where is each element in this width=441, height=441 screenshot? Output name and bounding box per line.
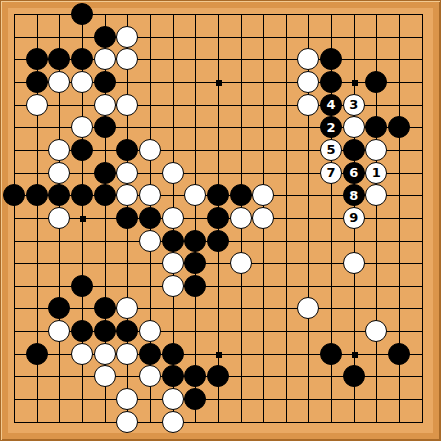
- stone-move-4[interactable]: 4: [320, 94, 342, 116]
- star-point: [80, 216, 86, 222]
- stone-white[interactable]: [116, 48, 138, 70]
- stone-black[interactable]: [184, 252, 206, 274]
- grid-line-horizontal: [14, 422, 423, 423]
- stone-black[interactable]: [71, 184, 93, 206]
- stone-black[interactable]: [365, 116, 387, 138]
- stone-black[interactable]: [71, 48, 93, 70]
- stone-black[interactable]: [26, 48, 48, 70]
- stone-white[interactable]: [139, 320, 161, 342]
- stone-white[interactable]: [252, 207, 274, 229]
- stone-black[interactable]: [71, 275, 93, 297]
- stone-white[interactable]: [94, 48, 116, 70]
- move-number-label: 2: [327, 121, 336, 134]
- stone-white[interactable]: [297, 48, 319, 70]
- stone-black[interactable]: [184, 388, 206, 410]
- stone-black[interactable]: [71, 139, 93, 161]
- stone-white[interactable]: [71, 343, 93, 365]
- move-number-label: 1: [372, 166, 381, 179]
- stone-white[interactable]: [230, 207, 252, 229]
- stone-white[interactable]: [116, 343, 138, 365]
- stone-black[interactable]: [139, 343, 161, 365]
- stone-white[interactable]: [230, 252, 252, 274]
- stone-black[interactable]: [94, 162, 116, 184]
- stone-black[interactable]: [94, 320, 116, 342]
- grid-line-vertical: [422, 14, 423, 423]
- move-number-label: 4: [327, 98, 336, 111]
- stone-white[interactable]: [162, 162, 184, 184]
- stone-black[interactable]: [71, 320, 93, 342]
- stone-white[interactable]: [343, 116, 365, 138]
- stone-white[interactable]: [139, 184, 161, 206]
- stone-move-6[interactable]: 6: [343, 162, 365, 184]
- stone-white[interactable]: [48, 162, 70, 184]
- stone-white[interactable]: [48, 139, 70, 161]
- stone-black[interactable]: [26, 343, 48, 365]
- stone-move-7[interactable]: 7: [320, 162, 342, 184]
- stone-black[interactable]: [320, 71, 342, 93]
- stone-white[interactable]: [184, 184, 206, 206]
- move-number-label: 7: [327, 166, 336, 179]
- move-number-label: 6: [349, 166, 358, 179]
- stone-white[interactable]: [162, 275, 184, 297]
- stone-white[interactable]: [139, 230, 161, 252]
- stone-white[interactable]: [139, 365, 161, 387]
- stone-black[interactable]: [184, 275, 206, 297]
- stone-black[interactable]: [207, 365, 229, 387]
- stone-black[interactable]: [320, 343, 342, 365]
- go-diagram: 432576189: [0, 0, 441, 441]
- stone-white[interactable]: [116, 26, 138, 48]
- move-number-label: 8: [349, 189, 358, 202]
- stone-black[interactable]: [71, 3, 93, 25]
- stone-black[interactable]: [48, 184, 70, 206]
- stone-black[interactable]: [94, 26, 116, 48]
- stone-white[interactable]: [94, 343, 116, 365]
- grid-line-horizontal: [14, 399, 423, 400]
- stone-white[interactable]: [48, 207, 70, 229]
- stone-white[interactable]: [71, 71, 93, 93]
- stone-white[interactable]: [162, 252, 184, 274]
- stone-white[interactable]: [116, 162, 138, 184]
- stone-white[interactable]: [365, 184, 387, 206]
- stone-white[interactable]: [116, 388, 138, 410]
- stone-black[interactable]: [116, 139, 138, 161]
- stone-black[interactable]: [139, 207, 161, 229]
- stone-black[interactable]: [343, 365, 365, 387]
- stone-black[interactable]: [207, 184, 229, 206]
- star-point: [352, 352, 358, 358]
- stone-black[interactable]: [162, 365, 184, 387]
- stone-black[interactable]: [320, 48, 342, 70]
- stone-black[interactable]: [184, 365, 206, 387]
- stone-white[interactable]: [48, 320, 70, 342]
- stone-black[interactable]: [388, 116, 410, 138]
- move-number-label: 5: [327, 143, 336, 156]
- stone-white[interactable]: [139, 139, 161, 161]
- stone-black[interactable]: [184, 230, 206, 252]
- stone-black[interactable]: [48, 48, 70, 70]
- stone-black[interactable]: [116, 207, 138, 229]
- grid-line-horizontal: [14, 308, 423, 309]
- stone-white[interactable]: [26, 94, 48, 116]
- stone-white[interactable]: [116, 94, 138, 116]
- stone-white[interactable]: [94, 94, 116, 116]
- go-board[interactable]: 432576189: [8, 8, 433, 433]
- stone-black[interactable]: [388, 343, 410, 365]
- stone-white[interactable]: [116, 184, 138, 206]
- stone-move-3[interactable]: 3: [343, 94, 365, 116]
- stone-black[interactable]: [343, 139, 365, 161]
- stone-black[interactable]: [94, 184, 116, 206]
- stone-white[interactable]: [116, 297, 138, 319]
- stone-black[interactable]: [365, 71, 387, 93]
- stone-white[interactable]: [252, 184, 274, 206]
- stone-black[interactable]: [162, 230, 184, 252]
- stone-white[interactable]: [116, 411, 138, 433]
- stone-black[interactable]: [26, 184, 48, 206]
- stone-move-2[interactable]: 2: [320, 116, 342, 138]
- stone-white[interactable]: [71, 116, 93, 138]
- star-point: [216, 80, 222, 86]
- stone-white[interactable]: [297, 71, 319, 93]
- stone-move-1[interactable]: 1: [365, 162, 387, 184]
- stone-white[interactable]: [48, 71, 70, 93]
- stone-move-5[interactable]: 5: [320, 139, 342, 161]
- stone-white[interactable]: [162, 388, 184, 410]
- stone-black[interactable]: [207, 207, 229, 229]
- star-point: [352, 80, 358, 86]
- stone-white[interactable]: [365, 139, 387, 161]
- stone-black[interactable]: [94, 116, 116, 138]
- stone-white[interactable]: [343, 252, 365, 274]
- star-point: [216, 352, 222, 358]
- stone-move-9[interactable]: 9: [343, 207, 365, 229]
- stone-black[interactable]: [116, 320, 138, 342]
- stone-black[interactable]: [48, 297, 70, 319]
- stone-white[interactable]: [162, 207, 184, 229]
- stone-white[interactable]: [297, 94, 319, 116]
- stone-white[interactable]: [94, 365, 116, 387]
- stone-black[interactable]: [26, 71, 48, 93]
- stone-move-8[interactable]: 8: [343, 184, 365, 206]
- move-number-label: 9: [349, 211, 358, 224]
- stone-black[interactable]: [230, 184, 252, 206]
- grid-line-vertical: [286, 14, 287, 423]
- stone-white[interactable]: [297, 297, 319, 319]
- stone-white[interactable]: [162, 411, 184, 433]
- stone-black[interactable]: [94, 297, 116, 319]
- stone-black[interactable]: [94, 71, 116, 93]
- stone-black[interactable]: [3, 184, 25, 206]
- move-number-label: 3: [349, 98, 358, 111]
- stone-white[interactable]: [365, 320, 387, 342]
- stone-black[interactable]: [162, 343, 184, 365]
- stone-black[interactable]: [207, 230, 229, 252]
